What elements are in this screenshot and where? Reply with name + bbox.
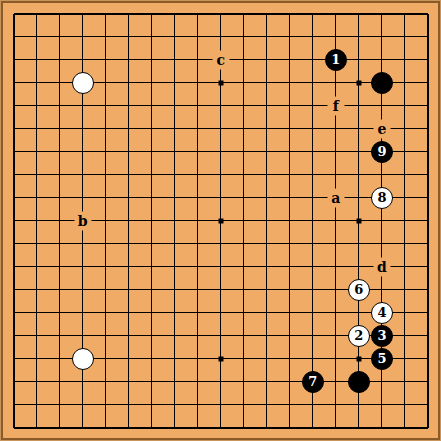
intersection-6-10 (117, 209, 140, 232)
grid-line-v (266, 255, 267, 278)
grid-line-v (13, 117, 15, 140)
intersection-9-7 (186, 140, 209, 163)
grid-line-v (243, 209, 244, 232)
intersection-5-7 (94, 140, 117, 163)
intersection-5-8 (94, 163, 117, 186)
intersection-15-19 (324, 416, 347, 439)
grid-line-v (36, 393, 37, 416)
grid-line-v (13, 393, 15, 416)
grid-line-v (36, 140, 37, 163)
intersection-17-12: d (370, 255, 393, 278)
grid-line-v (404, 370, 405, 393)
grid-line-v (36, 255, 37, 278)
intersection-8-3 (163, 48, 186, 71)
grid-line-v (220, 278, 221, 301)
grid-line-v (358, 232, 359, 255)
grid-line-v (174, 117, 175, 140)
intersection-18-13 (393, 278, 416, 301)
intersection-11-18 (232, 393, 255, 416)
grid-line-v (220, 25, 221, 48)
intersection-11-19 (232, 416, 255, 439)
intersection-19-11 (416, 232, 439, 255)
intersection-6-1 (117, 2, 140, 25)
grid-line-v (427, 25, 429, 48)
intersection-9-10 (186, 209, 209, 232)
intersection-11-6 (232, 117, 255, 140)
grid-line-v (197, 232, 198, 255)
grid-line-v (36, 71, 37, 94)
intersection-14-1 (301, 2, 324, 25)
intersection-19-1 (416, 2, 439, 25)
grid-line-v (128, 255, 129, 278)
intersection-7-17 (140, 370, 163, 393)
grid-line-v (13, 347, 15, 370)
intersection-12-15 (255, 324, 278, 347)
intersection-4-3 (71, 48, 94, 71)
intersection-5-9 (94, 186, 117, 209)
intersection-12-9 (255, 186, 278, 209)
grid-line-v (59, 416, 60, 428)
intersection-3-3 (48, 48, 71, 71)
grid-line-v (266, 71, 267, 94)
grid-line-v (197, 186, 198, 209)
intersection-6-16 (117, 347, 140, 370)
intersection-18-3 (393, 48, 416, 71)
intersection-16-11 (347, 232, 370, 255)
intersection-2-2 (25, 25, 48, 48)
grid-line-v (151, 324, 152, 347)
grid-line-v (358, 94, 359, 117)
intersection-11-10 (232, 209, 255, 232)
intersection-13-15 (278, 324, 301, 347)
black-stone (348, 371, 370, 393)
grid-line-v (36, 48, 37, 71)
intersection-5-1 (94, 2, 117, 25)
grid-line-v (404, 94, 405, 117)
intersection-12-12 (255, 255, 278, 278)
intersection-16-6 (347, 117, 370, 140)
intersection-19-2 (416, 25, 439, 48)
grid-line-v (358, 416, 359, 428)
intersection-11-11 (232, 232, 255, 255)
grid-line-v (289, 347, 290, 370)
intersection-10-6 (209, 117, 232, 140)
grid-line-v (59, 301, 60, 324)
grid-line-v (151, 48, 152, 71)
intersection-15-1 (324, 2, 347, 25)
intersection-16-2 (347, 25, 370, 48)
intersection-15-12 (324, 255, 347, 278)
intersection-15-14 (324, 301, 347, 324)
grid-line-v (266, 209, 267, 232)
grid-line-v (427, 232, 429, 255)
grid-line-v (381, 370, 382, 393)
intersection-18-14 (393, 301, 416, 324)
grid-line-v (220, 140, 221, 163)
grid-line-v (82, 278, 83, 301)
intersection-7-15 (140, 324, 163, 347)
grid-line-v (82, 324, 83, 347)
intersection-13-14 (278, 301, 301, 324)
intersection-13-10 (278, 209, 301, 232)
intersection-1-6 (2, 117, 25, 140)
intersection-4-5 (71, 94, 94, 117)
intersection-2-7 (25, 140, 48, 163)
grid-line-v (36, 347, 37, 370)
grid-line-v (266, 94, 267, 117)
black-stone-move-7: 7 (302, 371, 324, 393)
intersection-4-1 (71, 2, 94, 25)
intersection-8-13 (163, 278, 186, 301)
grid-line-v (404, 163, 405, 186)
grid-line-v (266, 393, 267, 416)
intersection-11-14 (232, 301, 255, 324)
grid-line-v (312, 71, 313, 94)
grid-line-v (381, 25, 382, 48)
grid-line-v (13, 14, 15, 26)
grid-line-v (59, 232, 60, 255)
intersection-9-5 (186, 94, 209, 117)
grid-line-v (220, 255, 221, 278)
intersection-15-16 (324, 347, 347, 370)
point-label-b: b (74, 211, 91, 230)
grid-line-v (312, 186, 313, 209)
intersection-11-3 (232, 48, 255, 71)
intersection-17-1 (370, 2, 393, 25)
intersection-9-11 (186, 232, 209, 255)
intersection-18-19 (393, 416, 416, 439)
grid-line-v (289, 278, 290, 301)
grid-line-v (151, 370, 152, 393)
grid-line-v (105, 324, 106, 347)
point-label-c: c (212, 50, 229, 69)
intersection-8-14 (163, 301, 186, 324)
intersection-1-11 (2, 232, 25, 255)
intersection-6-17 (117, 370, 140, 393)
grid-line-v (13, 232, 15, 255)
grid-line-v (404, 71, 405, 94)
grid-line-v (151, 232, 152, 255)
grid-line-v (13, 209, 15, 232)
intersection-1-9 (2, 186, 25, 209)
intersection-8-17 (163, 370, 186, 393)
grid-line-v (174, 324, 175, 347)
intersection-13-4 (278, 71, 301, 94)
grid-line-h (14, 404, 26, 405)
intersection-5-17 (94, 370, 117, 393)
intersection-12-7 (255, 140, 278, 163)
intersection-9-16 (186, 347, 209, 370)
grid-line-v (289, 186, 290, 209)
intersection-3-11 (48, 232, 71, 255)
grid-line-v (220, 393, 221, 416)
intersection-14-7 (301, 140, 324, 163)
grid-line-v (427, 255, 429, 278)
grid-line-v (128, 324, 129, 347)
intersection-13-3 (278, 48, 301, 71)
intersection-14-4 (301, 71, 324, 94)
grid-line-h (14, 427, 26, 429)
grid-line-v (243, 370, 244, 393)
intersection-5-6 (94, 117, 117, 140)
grid-line-h (14, 13, 26, 15)
grid-line-v (335, 347, 336, 370)
intersection-12-14 (255, 301, 278, 324)
intersection-7-5 (140, 94, 163, 117)
intersection-14-5 (301, 94, 324, 117)
intersection-18-1 (393, 2, 416, 25)
intersection-1-14 (2, 301, 25, 324)
intersection-19-10 (416, 209, 439, 232)
intersection-17-11 (370, 232, 393, 255)
grid-line-v (82, 94, 83, 117)
grid-line-v (312, 209, 313, 232)
grid-line-v (13, 48, 15, 71)
grid-line-v (197, 278, 198, 301)
grid-line-v (105, 117, 106, 140)
grid-line-v (312, 14, 313, 26)
intersection-13-9 (278, 186, 301, 209)
grid-line-v (59, 209, 60, 232)
grid-line-v (82, 163, 83, 186)
grid-line-v (59, 370, 60, 393)
intersection-17-18 (370, 393, 393, 416)
intersection-1-8 (2, 163, 25, 186)
intersection-8-6 (163, 117, 186, 140)
intersection-6-8 (117, 163, 140, 186)
grid-line-v (151, 25, 152, 48)
intersection-14-15 (301, 324, 324, 347)
intersection-9-14 (186, 301, 209, 324)
intersection-8-8 (163, 163, 186, 186)
grid-line-v (151, 278, 152, 301)
intersection-2-4 (25, 71, 48, 94)
intersection-11-8 (232, 163, 255, 186)
grid-line-v (36, 232, 37, 255)
grid-line-v (312, 140, 313, 163)
grid-line-v (151, 94, 152, 117)
grid-line-v (427, 48, 429, 71)
intersection-16-8 (347, 163, 370, 186)
intersection-19-7 (416, 140, 439, 163)
intersection-4-9 (71, 186, 94, 209)
intersection-2-6 (25, 117, 48, 140)
intersection-11-9 (232, 186, 255, 209)
grid-line-v (243, 94, 244, 117)
intersection-12-6 (255, 117, 278, 140)
grid-line-v (13, 416, 15, 428)
grid-line-v (174, 416, 175, 428)
intersection-6-15 (117, 324, 140, 347)
grid-line-v (197, 48, 198, 71)
grid-line-v (128, 163, 129, 186)
grid-line-v (312, 255, 313, 278)
intersection-17-10 (370, 209, 393, 232)
grid-line-v (174, 209, 175, 232)
intersection-1-18 (2, 393, 25, 416)
white-stone-move-2: 2 (348, 325, 370, 347)
intersection-18-7 (393, 140, 416, 163)
intersection-13-12 (278, 255, 301, 278)
intersection-6-3 (117, 48, 140, 71)
intersection-2-3 (25, 48, 48, 71)
intersection-10-3: c (209, 48, 232, 71)
grid-line-h (14, 289, 26, 290)
intersection-5-11 (94, 232, 117, 255)
grid-line-v (13, 25, 15, 48)
intersection-3-5 (48, 94, 71, 117)
intersection-17-3 (370, 48, 393, 71)
intersection-13-17 (278, 370, 301, 393)
intersection-19-9 (416, 186, 439, 209)
intersection-18-9 (393, 186, 416, 209)
grid-line-v (59, 14, 60, 26)
grid-line-v (243, 301, 244, 324)
intersection-3-2 (48, 25, 71, 48)
intersection-2-18 (25, 393, 48, 416)
intersection-3-17 (48, 370, 71, 393)
grid-line-v (220, 94, 221, 117)
grid-line-v (151, 416, 152, 428)
intersection-8-12 (163, 255, 186, 278)
grid-line-h (14, 105, 26, 106)
intersection-16-17 (347, 370, 370, 393)
intersection-4-6 (71, 117, 94, 140)
intersection-1-2 (2, 25, 25, 48)
grid-line-v (197, 117, 198, 140)
star-point (356, 80, 361, 85)
intersection-3-15 (48, 324, 71, 347)
grid-line-v (312, 25, 313, 48)
intersection-11-7 (232, 140, 255, 163)
intersection-19-4 (416, 71, 439, 94)
intersection-9-13 (186, 278, 209, 301)
intersection-10-15 (209, 324, 232, 347)
intersection-7-18 (140, 393, 163, 416)
grid-line-v (36, 94, 37, 117)
grid-line-v (174, 393, 175, 416)
grid-line-v (358, 25, 359, 48)
intersection-18-18 (393, 393, 416, 416)
grid-line-v (105, 140, 106, 163)
grid-line-v (128, 416, 129, 428)
grid-line-v (381, 209, 382, 232)
grid-line-h (14, 335, 26, 336)
intersection-17-9: 8 (370, 186, 393, 209)
grid-line-v (427, 14, 429, 26)
grid-line-v (289, 14, 290, 26)
grid-line-v (13, 71, 15, 94)
intersection-15-15 (324, 324, 347, 347)
intersection-18-15 (393, 324, 416, 347)
grid-line-v (174, 186, 175, 209)
intersection-17-14: 4 (370, 301, 393, 324)
intersection-5-3 (94, 48, 117, 71)
grid-line-v (82, 14, 83, 26)
intersection-6-2 (117, 25, 140, 48)
intersection-1-5 (2, 94, 25, 117)
grid-line-v (174, 71, 175, 94)
grid-line-h (14, 312, 26, 313)
grid-line-v (358, 14, 359, 26)
grid-line-v (243, 347, 244, 370)
intersection-15-4 (324, 71, 347, 94)
intersection-8-1 (163, 2, 186, 25)
grid-line-v (335, 324, 336, 347)
grid-line-h (14, 36, 26, 37)
intersection-6-9 (117, 186, 140, 209)
grid-line-v (174, 347, 175, 370)
intersection-8-9 (163, 186, 186, 209)
intersection-10-19 (209, 416, 232, 439)
grid-line-v (174, 48, 175, 71)
grid-line-v (243, 25, 244, 48)
intersection-19-14 (416, 301, 439, 324)
grid-line-v (266, 416, 267, 428)
grid-line-v (312, 278, 313, 301)
intersection-19-17 (416, 370, 439, 393)
grid-line-v (82, 140, 83, 163)
intersection-19-13 (416, 278, 439, 301)
grid-line-v (174, 25, 175, 48)
grid-line-v (404, 324, 405, 347)
intersection-15-9: a (324, 186, 347, 209)
intersection-13-5 (278, 94, 301, 117)
grid-line-v (220, 232, 221, 255)
grid-line-v (174, 370, 175, 393)
grid-line-v (197, 94, 198, 117)
star-point (218, 218, 223, 223)
grid-line-v (266, 14, 267, 26)
intersection-2-5 (25, 94, 48, 117)
intersection-10-14 (209, 301, 232, 324)
intersection-17-15: 3 (370, 324, 393, 347)
intersection-17-16: 5 (370, 347, 393, 370)
intersection-5-13 (94, 278, 117, 301)
grid-line-v (289, 301, 290, 324)
grid-line-v (82, 232, 83, 255)
intersection-13-6 (278, 117, 301, 140)
grid-line-v (404, 232, 405, 255)
intersection-13-1 (278, 2, 301, 25)
intersection-2-1 (25, 2, 48, 25)
grid-line-v (335, 301, 336, 324)
intersection-15-11 (324, 232, 347, 255)
grid-line-v (220, 14, 221, 26)
grid-line-v (220, 163, 221, 186)
grid-line-v (36, 416, 37, 428)
intersection-9-4 (186, 71, 209, 94)
intersection-8-10 (163, 209, 186, 232)
intersection-9-6 (186, 117, 209, 140)
grid-line-v (404, 393, 405, 416)
grid-line-v (13, 370, 15, 393)
grid-line-v (266, 140, 267, 163)
intersection-7-11 (140, 232, 163, 255)
grid-line-v (404, 255, 405, 278)
grid-line-v (289, 163, 290, 186)
intersection-19-5 (416, 94, 439, 117)
intersection-16-3 (347, 48, 370, 71)
grid-line-v (128, 301, 129, 324)
intersection-1-19 (2, 416, 25, 439)
grid-line-v (128, 71, 129, 94)
intersection-16-16 (347, 347, 370, 370)
point-label-a: a (327, 188, 344, 207)
intersection-19-6 (416, 117, 439, 140)
grid-line-v (404, 117, 405, 140)
grid-line-v (243, 324, 244, 347)
